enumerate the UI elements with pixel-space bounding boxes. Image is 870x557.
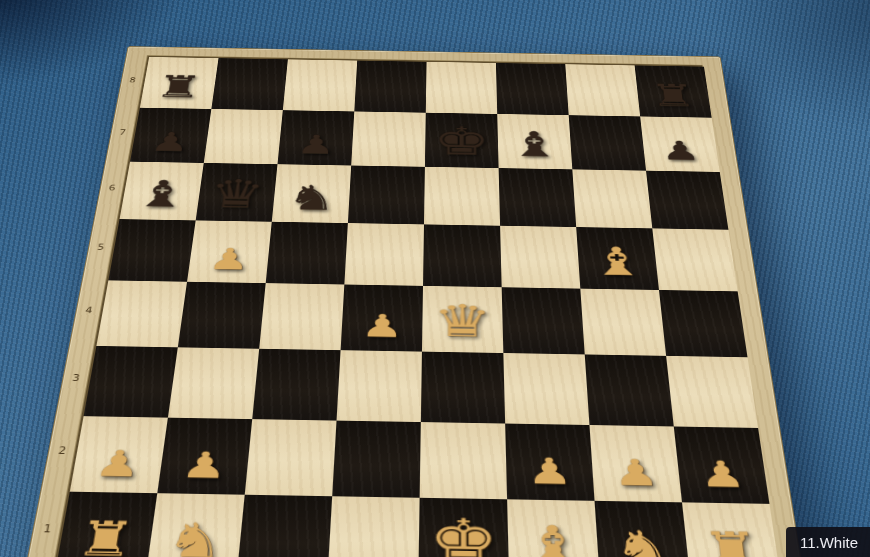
square-g1[interactable]: ♞ — [595, 501, 691, 557]
move-status: 11.White — [786, 527, 870, 557]
piece-black-bishop-a6[interactable]: ♝ — [133, 177, 191, 212]
piece-white-bishop-f1[interactable]: ♝ — [521, 521, 585, 557]
piece-black-pawn-a7[interactable]: ♟ — [149, 130, 191, 155]
square-b7[interactable] — [204, 109, 283, 164]
square-f1[interactable]: ♝ — [507, 499, 600, 557]
square-g2[interactable]: ♟ — [589, 425, 682, 502]
square-d1[interactable] — [327, 496, 419, 557]
square-e5[interactable] — [423, 224, 502, 287]
square-e2[interactable] — [420, 422, 507, 499]
square-b1[interactable]: ♞ — [146, 493, 245, 557]
piece-white-pawn-h2[interactable]: ♟ — [697, 457, 747, 492]
piece-black-pawn-h7[interactable]: ♟ — [660, 138, 702, 163]
square-g6[interactable] — [572, 169, 652, 228]
piece-white-bishop-g5[interactable]: ♝ — [589, 243, 646, 281]
square-b3[interactable] — [168, 347, 259, 419]
square-c6[interactable]: ♞ — [272, 164, 351, 223]
square-d8[interactable] — [354, 61, 426, 113]
square-e7[interactable]: ♚ — [425, 113, 499, 168]
square-b4[interactable] — [178, 282, 266, 349]
square-b6[interactable]: ♛ — [196, 163, 278, 222]
square-b2[interactable]: ♟ — [157, 418, 252, 495]
piece-white-pawn-f2[interactable]: ♟ — [526, 454, 573, 489]
piece-black-bishop-f7[interactable]: ♝ — [509, 128, 561, 161]
square-h3[interactable] — [666, 356, 758, 428]
piece-white-rook-a1[interactable]: ♜ — [73, 516, 138, 557]
square-f8[interactable] — [496, 63, 569, 115]
square-c1[interactable] — [237, 495, 333, 557]
square-c7[interactable]: ♟ — [277, 110, 354, 165]
square-b8[interactable] — [211, 58, 288, 110]
square-g7[interactable] — [569, 115, 646, 170]
square-d3[interactable] — [337, 350, 422, 422]
square-c8[interactable] — [283, 59, 357, 111]
square-e6[interactable] — [424, 167, 500, 226]
square-d2[interactable] — [332, 421, 421, 498]
square-f6[interactable] — [499, 168, 577, 227]
square-e4[interactable]: ♛ — [422, 286, 503, 353]
piece-white-pawn-b2[interactable]: ♟ — [179, 448, 229, 483]
piece-white-rook-h1[interactable]: ♜ — [700, 527, 764, 557]
square-g4[interactable] — [580, 289, 666, 356]
square-a3[interactable] — [84, 346, 178, 418]
square-c2[interactable] — [245, 419, 337, 496]
square-a7[interactable]: ♟ — [130, 108, 211, 163]
square-e8[interactable] — [426, 62, 497, 114]
piece-black-queen-b6[interactable]: ♛ — [207, 176, 267, 214]
square-d7[interactable] — [351, 111, 426, 166]
board-grid: ♜♜♟♟♚♝♟♝♛♞♟♝♟♛♟♟♟♟♟♜♞♚♝♞♜ — [53, 56, 779, 557]
square-d4[interactable]: ♟ — [341, 284, 423, 351]
chess-app-screen: 87654321 ♜♜♟♟♚♝♟♝♛♞♟♝♟♛♟♟♟♟♟♜♞♚♝♞♜ ABCDE… — [0, 0, 870, 557]
square-f2[interactable]: ♟ — [505, 424, 594, 501]
square-h4[interactable] — [659, 290, 748, 357]
square-d5[interactable] — [344, 223, 424, 286]
piece-black-knight-c6[interactable]: ♞ — [286, 181, 337, 214]
piece-white-king-e1[interactable]: ♚ — [428, 513, 499, 557]
square-h6[interactable] — [646, 171, 728, 230]
square-c4[interactable] — [259, 283, 344, 350]
piece-black-rook-a8[interactable]: ♜ — [154, 72, 204, 101]
square-c3[interactable] — [252, 349, 340, 421]
square-a8[interactable]: ♜ — [140, 57, 219, 109]
square-f4[interactable] — [502, 287, 585, 354]
piece-white-pawn-g2[interactable]: ♟ — [612, 456, 660, 491]
square-a5[interactable] — [108, 219, 195, 282]
square-f7[interactable]: ♝ — [497, 114, 572, 169]
piece-white-pawn-d4[interactable]: ♟ — [360, 311, 403, 342]
square-h2[interactable]: ♟ — [674, 426, 770, 503]
square-g5[interactable]: ♝ — [576, 227, 659, 290]
square-f5[interactable] — [500, 226, 580, 289]
square-d6[interactable] — [348, 166, 425, 225]
square-h5[interactable] — [652, 228, 737, 291]
square-h7[interactable]: ♟ — [640, 116, 720, 171]
piece-white-knight-b1[interactable]: ♞ — [163, 517, 227, 557]
square-g3[interactable] — [585, 354, 674, 426]
piece-white-pawn-b5[interactable]: ♟ — [207, 245, 251, 274]
square-h8[interactable]: ♜ — [635, 65, 712, 117]
chess-board: 87654321 ♜♜♟♟♚♝♟♝♛♞♟♝♟♛♟♟♟♟♟♜♞♚♝♞♜ ABCDE… — [19, 46, 810, 557]
square-a2[interactable]: ♟ — [70, 416, 168, 493]
piece-black-pawn-c7[interactable]: ♟ — [296, 132, 336, 157]
square-b5[interactable]: ♟ — [187, 220, 272, 283]
square-e1[interactable]: ♚ — [418, 498, 509, 557]
piece-white-knight-g1[interactable]: ♞ — [612, 525, 674, 557]
piece-white-queen-e4[interactable]: ♛ — [433, 301, 493, 344]
square-a1[interactable]: ♜ — [55, 492, 157, 557]
piece-white-pawn-a2[interactable]: ♟ — [92, 447, 143, 482]
square-c5[interactable] — [266, 222, 348, 285]
piece-black-king-e7[interactable]: ♚ — [433, 123, 491, 160]
square-a6[interactable]: ♝ — [120, 162, 204, 221]
square-f3[interactable] — [503, 353, 589, 425]
square-e3[interactable] — [421, 352, 505, 424]
square-a4[interactable] — [96, 280, 187, 347]
piece-black-rook-h8[interactable]: ♜ — [649, 81, 699, 110]
square-g8[interactable] — [565, 64, 640, 116]
square-h1[interactable]: ♜ — [682, 502, 782, 557]
